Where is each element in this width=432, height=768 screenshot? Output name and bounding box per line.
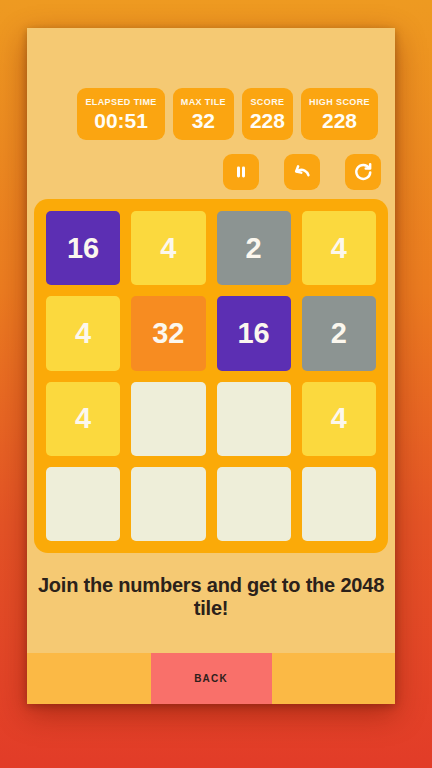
- tile-cell: 4: [46, 382, 120, 456]
- undo-button[interactable]: [284, 154, 320, 190]
- tile-cell: 4: [46, 296, 120, 370]
- undo-icon: [291, 161, 313, 183]
- restart-button[interactable]: [345, 154, 381, 190]
- game-card: ELAPSED TIME 00:51 MAX TILE 32 SCORE 228…: [27, 28, 395, 704]
- tile-cell: 4: [302, 382, 376, 456]
- headline: Join the numbers and get to the 2048 til…: [27, 574, 395, 620]
- tile-cell: 4: [131, 211, 205, 285]
- stat-elapsed-time: ELAPSED TIME 00:51: [77, 88, 164, 140]
- stat-value: 228: [250, 109, 285, 133]
- stat-label: ELAPSED TIME: [85, 97, 156, 107]
- game-board[interactable]: 16 4 2 4 4 32 16 2 4 4: [34, 199, 388, 553]
- back-button[interactable]: BACK: [151, 653, 272, 704]
- tile-cell: [131, 467, 205, 541]
- tile-cell: 16: [46, 211, 120, 285]
- stats-row: ELAPSED TIME 00:51 MAX TILE 32 SCORE 228…: [27, 88, 395, 140]
- tile-cell: [217, 382, 291, 456]
- tile-cell: 4: [302, 211, 376, 285]
- tile-cell: 2: [302, 296, 376, 370]
- tile-cell: [217, 467, 291, 541]
- tile-cell: [46, 467, 120, 541]
- stat-high-score: HIGH SCORE 228: [301, 88, 378, 140]
- restart-icon: [352, 161, 374, 183]
- tile-cell: 32: [131, 296, 205, 370]
- pause-button[interactable]: [223, 154, 259, 190]
- stat-score: SCORE 228: [242, 88, 293, 140]
- stat-max-tile: MAX TILE 32: [173, 88, 234, 140]
- stat-value: 00:51: [85, 109, 156, 133]
- bottom-bar: BACK: [27, 653, 395, 704]
- stat-label: SCORE: [250, 97, 285, 107]
- stat-value: 32: [181, 109, 226, 133]
- stat-label: MAX TILE: [181, 97, 226, 107]
- stat-value: 228: [309, 109, 370, 133]
- tile-cell: [302, 467, 376, 541]
- tile-cell: 16: [217, 296, 291, 370]
- tile-cell: [131, 382, 205, 456]
- controls-row: [27, 154, 395, 190]
- tile-cell: 2: [217, 211, 291, 285]
- pause-icon: [231, 162, 251, 182]
- stat-label: HIGH SCORE: [309, 97, 370, 107]
